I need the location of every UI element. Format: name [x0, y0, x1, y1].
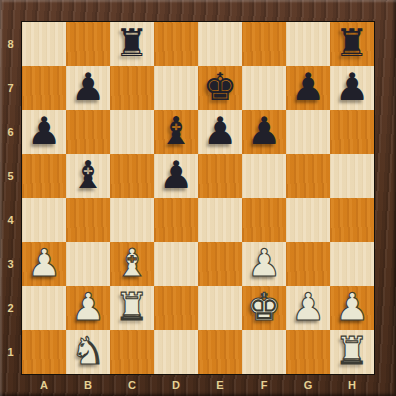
square-e6[interactable]: ♟ — [198, 110, 242, 154]
square-b5[interactable]: ♝ — [66, 154, 110, 198]
square-d4[interactable] — [154, 198, 198, 242]
rank-label-3: 3 — [0, 242, 21, 286]
square-c8[interactable]: ♜ — [110, 22, 154, 66]
square-f3[interactable]: ♟ — [242, 242, 286, 286]
white-rook[interactable]: ♜ — [330, 330, 374, 374]
black-king[interactable]: ♚ — [198, 66, 242, 110]
square-a4[interactable] — [22, 198, 66, 242]
square-e3[interactable] — [198, 242, 242, 286]
white-rook[interactable]: ♜ — [110, 286, 154, 330]
black-pawn[interactable]: ♟ — [154, 154, 198, 198]
file-label-e: E — [198, 375, 242, 396]
square-g2[interactable]: ♟ — [286, 286, 330, 330]
square-d7[interactable] — [154, 66, 198, 110]
square-e1[interactable] — [198, 330, 242, 374]
black-pawn[interactable]: ♟ — [286, 66, 330, 110]
square-a2[interactable] — [22, 286, 66, 330]
square-g6[interactable] — [286, 110, 330, 154]
black-pawn[interactable]: ♟ — [198, 110, 242, 154]
square-b3[interactable] — [66, 242, 110, 286]
white-pawn[interactable]: ♟ — [286, 286, 330, 330]
white-knight[interactable]: ♞ — [66, 330, 110, 374]
square-h2[interactable]: ♟ — [330, 286, 374, 330]
file-label-c: C — [110, 375, 154, 396]
square-h3[interactable] — [330, 242, 374, 286]
file-label-a: A — [22, 375, 66, 396]
square-c2[interactable]: ♜ — [110, 286, 154, 330]
black-bishop[interactable]: ♝ — [66, 154, 110, 198]
square-c1[interactable] — [110, 330, 154, 374]
square-h5[interactable] — [330, 154, 374, 198]
square-h1[interactable]: ♜ — [330, 330, 374, 374]
square-e2[interactable] — [198, 286, 242, 330]
black-pawn[interactable]: ♟ — [66, 66, 110, 110]
rank-label-6: 6 — [0, 110, 21, 154]
square-a6[interactable]: ♟ — [22, 110, 66, 154]
square-g7[interactable]: ♟ — [286, 66, 330, 110]
square-b7[interactable]: ♟ — [66, 66, 110, 110]
square-h6[interactable] — [330, 110, 374, 154]
chess-board: ♜♜♟♚♟♟♟♝♟♟♝♟♟♝♟♟♜♚♟♟♞♜ — [21, 21, 375, 375]
square-c4[interactable] — [110, 198, 154, 242]
square-h8[interactable]: ♜ — [330, 22, 374, 66]
square-d3[interactable] — [154, 242, 198, 286]
black-bishop[interactable]: ♝ — [154, 110, 198, 154]
black-pawn[interactable]: ♟ — [330, 66, 374, 110]
board-frame: 87654321 ♜♜♟♚♟♟♟♝♟♟♝♟♟♝♟♟♜♚♟♟♞♜ ABCDEFGH — [0, 0, 396, 396]
square-d8[interactable] — [154, 22, 198, 66]
black-rook[interactable]: ♜ — [330, 22, 374, 66]
square-d1[interactable] — [154, 330, 198, 374]
square-c7[interactable] — [110, 66, 154, 110]
rank-label-8: 8 — [0, 22, 21, 66]
square-f6[interactable]: ♟ — [242, 110, 286, 154]
white-pawn[interactable]: ♟ — [330, 286, 374, 330]
white-pawn[interactable]: ♟ — [242, 242, 286, 286]
square-g5[interactable] — [286, 154, 330, 198]
square-e5[interactable] — [198, 154, 242, 198]
file-label-g: G — [286, 375, 330, 396]
rank-label-5: 5 — [0, 154, 21, 198]
square-b2[interactable]: ♟ — [66, 286, 110, 330]
square-f7[interactable] — [242, 66, 286, 110]
white-king[interactable]: ♚ — [242, 286, 286, 330]
white-pawn[interactable]: ♟ — [66, 286, 110, 330]
square-d6[interactable]: ♝ — [154, 110, 198, 154]
square-b4[interactable] — [66, 198, 110, 242]
square-a1[interactable] — [22, 330, 66, 374]
square-a7[interactable] — [22, 66, 66, 110]
square-f2[interactable]: ♚ — [242, 286, 286, 330]
rank-label-1: 1 — [0, 330, 21, 374]
rank-labels: 87654321 — [0, 22, 21, 374]
square-e7[interactable]: ♚ — [198, 66, 242, 110]
square-g8[interactable] — [286, 22, 330, 66]
square-h4[interactable] — [330, 198, 374, 242]
square-d2[interactable] — [154, 286, 198, 330]
file-label-b: B — [66, 375, 110, 396]
file-label-d: D — [154, 375, 198, 396]
black-pawn[interactable]: ♟ — [242, 110, 286, 154]
square-g4[interactable] — [286, 198, 330, 242]
rank-label-7: 7 — [0, 66, 21, 110]
square-c3[interactable]: ♝ — [110, 242, 154, 286]
file-label-h: H — [330, 375, 374, 396]
square-b8[interactable] — [66, 22, 110, 66]
rank-label-4: 4 — [0, 198, 21, 242]
square-f4[interactable] — [242, 198, 286, 242]
square-a5[interactable] — [22, 154, 66, 198]
square-c6[interactable] — [110, 110, 154, 154]
file-labels: ABCDEFGH — [22, 375, 374, 396]
black-pawn[interactable]: ♟ — [22, 110, 66, 154]
square-b1[interactable]: ♞ — [66, 330, 110, 374]
white-bishop[interactable]: ♝ — [110, 242, 154, 286]
square-g1[interactable] — [286, 330, 330, 374]
black-rook[interactable]: ♜ — [110, 22, 154, 66]
white-pawn[interactable]: ♟ — [22, 242, 66, 286]
square-f5[interactable] — [242, 154, 286, 198]
square-h7[interactable]: ♟ — [330, 66, 374, 110]
square-d5[interactable]: ♟ — [154, 154, 198, 198]
square-g3[interactable] — [286, 242, 330, 286]
square-f8[interactable] — [242, 22, 286, 66]
square-a8[interactable] — [22, 22, 66, 66]
square-e8[interactable] — [198, 22, 242, 66]
rank-label-2: 2 — [0, 286, 21, 330]
file-label-f: F — [242, 375, 286, 396]
square-e4[interactable] — [198, 198, 242, 242]
square-a3[interactable]: ♟ — [22, 242, 66, 286]
square-f1[interactable] — [242, 330, 286, 374]
square-b6[interactable] — [66, 110, 110, 154]
square-c5[interactable] — [110, 154, 154, 198]
